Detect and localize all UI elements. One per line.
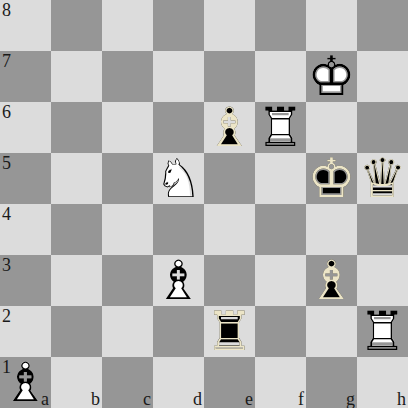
square-f5[interactable] [255,153,306,204]
square-d7[interactable] [153,51,204,102]
king-outline-icon: ♔ [306,153,357,204]
square-b2[interactable] [51,306,102,357]
square-b6[interactable] [51,102,102,153]
rook-icon: ♜ [204,306,255,357]
square-a6[interactable]: 6 [0,102,51,153]
rank-label-1: 1 [2,358,11,376]
square-h4[interactable] [357,204,408,255]
square-d4[interactable] [153,204,204,255]
square-b1[interactable]: b [51,357,102,408]
file-label-e: e [245,390,253,408]
file-label-f: f [298,390,304,408]
square-g3[interactable]: ♝♗ [306,255,357,306]
rook-outline-icon: ♖ [357,306,408,357]
file-label-h: h [397,390,406,408]
square-d6[interactable] [153,102,204,153]
square-e1[interactable]: e [204,357,255,408]
square-e3[interactable] [204,255,255,306]
square-c1[interactable]: c [102,357,153,408]
square-f6[interactable]: ♜♖ [255,102,306,153]
square-c2[interactable] [102,306,153,357]
square-d1[interactable]: d [153,357,204,408]
black-queen[interactable]: ♛♕ [357,153,408,204]
white-rook[interactable]: ♜♖ [357,306,408,357]
square-f8[interactable] [255,0,306,51]
rook-outline-icon: ♖ [255,102,306,153]
rook-icon: ♜ [255,102,306,153]
king-icon: ♚ [306,51,357,102]
bishop-outline-icon: ♗ [204,102,255,153]
square-a4[interactable]: 4 [0,204,51,255]
square-h3[interactable] [357,255,408,306]
square-h6[interactable] [357,102,408,153]
rank-label-6: 6 [2,103,11,121]
king-outline-icon: ♔ [306,51,357,102]
bishop-outline-icon: ♗ [306,255,357,306]
square-f1[interactable]: f [255,357,306,408]
square-c8[interactable] [102,0,153,51]
square-e5[interactable] [204,153,255,204]
queen-outline-icon: ♕ [357,153,408,204]
file-label-b: b [91,390,100,408]
square-b3[interactable] [51,255,102,306]
bishop-icon: ♝ [204,102,255,153]
square-g8[interactable] [306,0,357,51]
square-c4[interactable] [102,204,153,255]
file-label-c: c [143,390,151,408]
square-h2[interactable]: ♜♖ [357,306,408,357]
square-g7[interactable]: ♚♔ [306,51,357,102]
square-h1[interactable]: h [357,357,408,408]
file-label-d: d [193,390,202,408]
square-a3[interactable]: 3 [0,255,51,306]
square-f4[interactable] [255,204,306,255]
rank-label-7: 7 [2,52,11,70]
bishop-outline-icon: ♗ [153,255,204,306]
knight-icon: ♞ [153,153,204,204]
square-b5[interactable] [51,153,102,204]
square-a7[interactable]: 7 [0,51,51,102]
square-h5[interactable]: ♛♕ [357,153,408,204]
square-a1[interactable]: 1a♝♗ [0,357,51,408]
square-a2[interactable]: 2 [0,306,51,357]
bishop-icon: ♝ [306,255,357,306]
square-g6[interactable] [306,102,357,153]
square-e6[interactable]: ♝♗ [204,102,255,153]
square-b8[interactable] [51,0,102,51]
square-g1[interactable]: g [306,357,357,408]
square-g5[interactable]: ♚♔ [306,153,357,204]
white-bishop[interactable]: ♝♗ [153,255,204,306]
rank-label-8: 8 [2,1,11,19]
knight-outline-icon: ♘ [153,153,204,204]
square-e2[interactable]: ♜♖ [204,306,255,357]
square-a8[interactable]: 8 [0,0,51,51]
rank-label-2: 2 [2,307,11,325]
square-f7[interactable] [255,51,306,102]
rook-icon: ♜ [357,306,408,357]
square-e7[interactable] [204,51,255,102]
chess-board: 87♚♔6♝♗♜♖5♞♘♚♔♛♕43♝♗♝♗2♜♖♜♖1a♝♗bcdefgh [0,0,408,408]
square-c6[interactable] [102,102,153,153]
file-label-g: g [346,390,355,408]
square-b4[interactable] [51,204,102,255]
king-icon: ♚ [306,153,357,204]
bishop-icon: ♝ [153,255,204,306]
square-h7[interactable] [357,51,408,102]
square-c5[interactable] [102,153,153,204]
square-h8[interactable] [357,0,408,51]
queen-icon: ♛ [357,153,408,204]
square-d8[interactable] [153,0,204,51]
square-g2[interactable] [306,306,357,357]
white-king[interactable]: ♚♔ [306,51,357,102]
square-b7[interactable] [51,51,102,102]
square-e8[interactable] [204,0,255,51]
rank-label-5: 5 [2,154,11,172]
square-d5[interactable]: ♞♘ [153,153,204,204]
square-f2[interactable] [255,306,306,357]
rank-label-4: 4 [2,205,11,223]
rank-label-3: 3 [2,256,11,274]
white-rook[interactable]: ♜♖ [255,102,306,153]
square-g4[interactable] [306,204,357,255]
white-knight[interactable]: ♞♘ [153,153,204,204]
square-d2[interactable] [153,306,204,357]
rook-outline-icon: ♖ [204,306,255,357]
square-c3[interactable] [102,255,153,306]
black-bishop[interactable]: ♝♗ [306,255,357,306]
black-king[interactable]: ♚♔ [306,153,357,204]
black-bishop[interactable]: ♝♗ [204,102,255,153]
square-d3[interactable]: ♝♗ [153,255,204,306]
square-a5[interactable]: 5 [0,153,51,204]
square-f3[interactable] [255,255,306,306]
square-c7[interactable] [102,51,153,102]
file-label-a: a [41,390,49,408]
black-rook[interactable]: ♜♖ [204,306,255,357]
square-e4[interactable] [204,204,255,255]
